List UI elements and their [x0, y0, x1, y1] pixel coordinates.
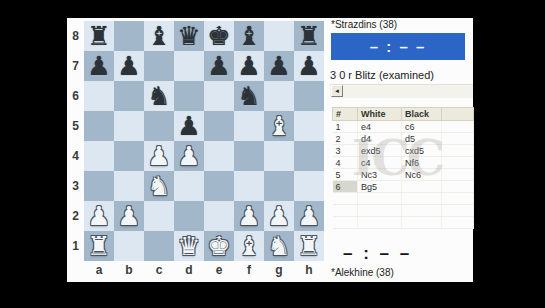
- rank-label-1: 1: [68, 231, 83, 261]
- empty-move-row: [333, 217, 474, 229]
- square-d6[interactable]: [174, 81, 204, 111]
- square-a1[interactable]: ♜: [84, 231, 114, 261]
- black-bishop-piece: ♝: [234, 21, 264, 51]
- square-h8[interactable]: ♜: [294, 21, 324, 51]
- empty-move-row: [333, 193, 474, 205]
- square-h7[interactable]: ♟: [294, 51, 324, 81]
- black-move[interactable]: Nf6: [402, 157, 442, 169]
- square-f8[interactable]: ♝: [234, 21, 264, 51]
- move-row-6: 6Bg5: [333, 181, 474, 193]
- black-pawn-piece: ♟: [264, 51, 294, 81]
- white-queen-piece: ♛: [174, 231, 204, 261]
- square-f6[interactable]: ♞: [234, 81, 264, 111]
- square-f2[interactable]: ♟: [234, 201, 264, 231]
- file-labels: abcdefgh: [84, 262, 324, 279]
- game-type-label: 3 0 r Blitz (examined): [330, 69, 434, 81]
- black-pawn-piece: ♟: [114, 51, 144, 81]
- square-c8[interactable]: ♝: [144, 21, 174, 51]
- file-label-d: d: [174, 262, 204, 279]
- empty-cell: [358, 193, 402, 205]
- square-h1[interactable]: ♜: [294, 231, 324, 261]
- move-number: 6: [333, 181, 358, 193]
- move-row-5: 5Nc3Nc6: [333, 169, 474, 181]
- player-name-white: *Alekhine (38): [331, 267, 394, 278]
- square-g6[interactable]: [264, 81, 294, 111]
- square-e1[interactable]: ♚: [204, 231, 234, 261]
- square-e6[interactable]: [204, 81, 234, 111]
- white-move[interactable]: c4: [358, 157, 402, 169]
- black-knight-piece: ♞: [234, 81, 264, 111]
- move-list: #WhiteBlack 1e4c62d4d53exd5cxd54c4Nf65Nc…: [332, 107, 459, 229]
- white-pawn-piece: ♟: [264, 201, 294, 231]
- white-move[interactable]: d4: [358, 133, 402, 145]
- black-pawn-piece: ♟: [294, 51, 324, 81]
- left-arrow-icon: ◄: [334, 88, 340, 94]
- empty-cell: [402, 217, 442, 229]
- square-a4[interactable]: [84, 141, 114, 171]
- move-row-2: 2d4d5: [333, 133, 474, 145]
- white-pawn-piece: ♟: [144, 141, 174, 171]
- square-f7[interactable]: ♟: [234, 51, 264, 81]
- black-king-piece: ♚: [204, 21, 234, 51]
- square-f1[interactable]: ♝: [234, 231, 264, 261]
- white-rook-piece: ♜: [84, 231, 114, 261]
- rank-label-7: 7: [68, 51, 83, 81]
- extra-cell: [442, 169, 474, 181]
- black-clock-time: – : – –: [370, 38, 427, 55]
- square-a7[interactable]: ♟: [84, 51, 114, 81]
- black-move[interactable]: cxd5: [402, 145, 442, 157]
- move-number: 1: [333, 121, 358, 133]
- white-pawn-piece: ♟: [84, 201, 114, 231]
- square-b6[interactable]: [114, 81, 144, 111]
- white-knight-piece: ♞: [264, 231, 294, 261]
- empty-cell: [402, 205, 442, 217]
- square-d4[interactable]: ♟: [174, 141, 204, 171]
- square-g7[interactable]: ♟: [264, 51, 294, 81]
- square-c6[interactable]: ♞: [144, 81, 174, 111]
- square-b5[interactable]: [114, 111, 144, 141]
- white-bishop-piece: ♝: [234, 231, 264, 261]
- file-label-g: g: [264, 262, 294, 279]
- rank-labels: 87654321: [68, 21, 83, 261]
- file-label-a: a: [84, 262, 114, 279]
- square-d5[interactable]: ♟: [174, 111, 204, 141]
- black-knight-piece: ♞: [144, 81, 174, 111]
- square-e5[interactable]: [204, 111, 234, 141]
- rank-label-5: 5: [68, 111, 83, 141]
- empty-cell: [358, 205, 402, 217]
- square-b7[interactable]: ♟: [114, 51, 144, 81]
- square-b4[interactable]: [114, 141, 144, 171]
- white-knight-piece: ♞: [144, 171, 174, 201]
- move-table-header-extra: [442, 108, 474, 121]
- move-number: 4: [333, 157, 358, 169]
- black-pawn-piece: ♟: [174, 111, 204, 141]
- white-clock-time: – : – –: [343, 244, 412, 263]
- video-frame: 87654321 ♜♝♛♚♝♜♟♟♟♟♟♟♞♞♟♝♟♟♞♟♟♟♟♟♜♛♚♝♞♜ …: [0, 0, 545, 308]
- square-c3[interactable]: ♞: [144, 171, 174, 201]
- move-table-body: 1e4c62d4d53exd5cxd54c4Nf65Nc3Nc66Bg5: [333, 121, 474, 229]
- file-label-b: b: [114, 262, 144, 279]
- move-table-header-row: #WhiteBlack: [333, 108, 474, 121]
- square-e7[interactable]: ♟: [204, 51, 234, 81]
- white-bishop-piece: ♝: [264, 111, 294, 141]
- empty-cell: [333, 217, 358, 229]
- move-table-header-#: #: [333, 108, 358, 121]
- white-rook-piece: ♜: [294, 231, 324, 261]
- extra-cell: [442, 145, 474, 157]
- white-pawn-piece: ♟: [114, 201, 144, 231]
- empty-cell: [442, 217, 474, 229]
- square-e4[interactable]: [204, 141, 234, 171]
- extra-cell: [442, 157, 474, 169]
- black-rook-piece: ♜: [84, 21, 114, 51]
- square-f3[interactable]: [234, 171, 264, 201]
- square-h6[interactable]: [294, 81, 324, 111]
- square-d8[interactable]: ♛: [174, 21, 204, 51]
- rank-label-8: 8: [68, 21, 83, 51]
- square-d7[interactable]: [174, 51, 204, 81]
- square-e8[interactable]: ♚: [204, 21, 234, 51]
- file-label-h: h: [294, 262, 324, 279]
- white-pawn-piece: ♟: [234, 201, 264, 231]
- square-b8[interactable]: [114, 21, 144, 51]
- black-move[interactable]: Nc6: [402, 169, 442, 181]
- square-b3[interactable]: [114, 171, 144, 201]
- rank-label-4: 4: [68, 141, 83, 171]
- extra-cell: [442, 121, 474, 133]
- white-move[interactable]: Bg5: [358, 181, 402, 193]
- black-move[interactable]: c6: [402, 121, 442, 133]
- rank-label-6: 6: [68, 81, 83, 111]
- empty-cell: [442, 193, 474, 205]
- player-name-black: *Strazdins (38): [331, 19, 397, 30]
- move-table: #WhiteBlack 1e4c62d4d53exd5cxd54c4Nf65Nc…: [332, 107, 474, 229]
- square-f4[interactable]: [234, 141, 264, 171]
- back-button[interactable]: ◄: [331, 85, 343, 97]
- white-move[interactable]: Nc3: [358, 169, 402, 181]
- black-pawn-piece: ♟: [234, 51, 264, 81]
- move-table-header-Black: Black: [402, 108, 442, 121]
- rank-label-2: 2: [68, 201, 83, 231]
- move-row-4: 4c4Nf6: [333, 157, 474, 169]
- square-c2[interactable]: [144, 201, 174, 231]
- empty-cell: [333, 205, 358, 217]
- black-queen-piece: ♛: [174, 21, 204, 51]
- white-king-piece: ♚: [204, 231, 234, 261]
- square-g8[interactable]: [264, 21, 294, 51]
- black-move[interactable]: d5: [402, 133, 442, 145]
- rank-label-3: 3: [68, 171, 83, 201]
- square-a6[interactable]: [84, 81, 114, 111]
- move-row-3: 3exd5cxd5: [333, 145, 474, 157]
- file-label-e: e: [204, 262, 234, 279]
- chess-board: ♜♝♛♚♝♜♟♟♟♟♟♟♞♞♟♝♟♟♞♟♟♟♟♟♜♛♚♝♞♜: [84, 21, 324, 261]
- square-d2[interactable]: [174, 201, 204, 231]
- file-label-c: c: [144, 262, 174, 279]
- square-a8[interactable]: ♜: [84, 21, 114, 51]
- empty-cell: [358, 217, 402, 229]
- square-h4[interactable]: [294, 141, 324, 171]
- empty-move-row: [333, 205, 474, 217]
- move-row-1: 1e4c6: [333, 121, 474, 133]
- square-a3[interactable]: [84, 171, 114, 201]
- white-move[interactable]: e4: [358, 121, 402, 133]
- square-b1[interactable]: [114, 231, 144, 261]
- square-g3[interactable]: [264, 171, 294, 201]
- move-nav-strip: ◄: [330, 84, 473, 98]
- move-number: 3: [333, 145, 358, 157]
- black-pawn-piece: ♟: [204, 51, 234, 81]
- file-label-f: f: [234, 262, 264, 279]
- square-d3[interactable]: [174, 171, 204, 201]
- white-pawn-piece: ♟: [294, 201, 324, 231]
- square-g4[interactable]: [264, 141, 294, 171]
- white-pawn-piece: ♟: [174, 141, 204, 171]
- black-move: [402, 181, 442, 193]
- square-g5[interactable]: ♝: [264, 111, 294, 141]
- square-e2[interactable]: [204, 201, 234, 231]
- square-h5[interactable]: [294, 111, 324, 141]
- black-pawn-piece: ♟: [84, 51, 114, 81]
- square-c7[interactable]: [144, 51, 174, 81]
- empty-cell: [442, 205, 474, 217]
- extra-cell: [442, 133, 474, 145]
- black-rook-piece: ♜: [294, 21, 324, 51]
- extra-cell: [442, 181, 474, 193]
- white-move[interactable]: exd5: [358, 145, 402, 157]
- square-a2[interactable]: ♟: [84, 201, 114, 231]
- square-c5[interactable]: [144, 111, 174, 141]
- empty-cell: [402, 193, 442, 205]
- square-h2[interactable]: ♟: [294, 201, 324, 231]
- black-bishop-piece: ♝: [144, 21, 174, 51]
- square-f5[interactable]: [234, 111, 264, 141]
- square-e3[interactable]: [204, 171, 234, 201]
- square-c4[interactable]: ♟: [144, 141, 174, 171]
- square-g2[interactable]: ♟: [264, 201, 294, 231]
- square-d1[interactable]: ♛: [174, 231, 204, 261]
- black-clock: – : – –: [331, 33, 465, 60]
- chess-app-window: 87654321 ♜♝♛♚♝♜♟♟♟♟♟♟♞♞♟♝♟♟♞♟♟♟♟♟♜♛♚♝♞♜ …: [67, 18, 473, 282]
- move-number: 2: [333, 133, 358, 145]
- move-number: 5: [333, 169, 358, 181]
- move-table-header-White: White: [358, 108, 402, 121]
- empty-cell: [333, 193, 358, 205]
- square-b2[interactable]: ♟: [114, 201, 144, 231]
- white-clock: – : – –: [343, 244, 412, 264]
- square-h3[interactable]: [294, 171, 324, 201]
- square-g1[interactable]: ♞: [264, 231, 294, 261]
- square-c1[interactable]: [144, 231, 174, 261]
- square-a5[interactable]: [84, 111, 114, 141]
